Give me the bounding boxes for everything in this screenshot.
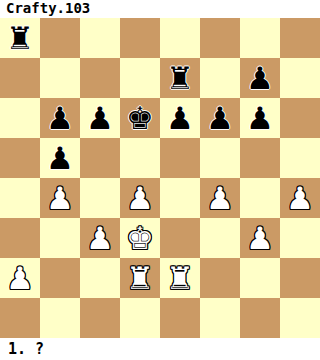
piece-black-pawn[interactable]: ♟: [246, 98, 274, 138]
square-b7[interactable]: [40, 58, 80, 98]
square-d2[interactable]: ♜: [120, 258, 160, 298]
square-b6[interactable]: ♟: [40, 98, 80, 138]
piece-white-pawn[interactable]: ♟: [246, 218, 274, 258]
square-c8[interactable]: [80, 18, 120, 58]
piece-black-rook[interactable]: ♜: [166, 58, 194, 98]
square-g3[interactable]: ♟: [240, 218, 280, 258]
square-e6[interactable]: ♟: [160, 98, 200, 138]
square-b3[interactable]: [40, 218, 80, 258]
square-h2[interactable]: [280, 258, 320, 298]
square-h6[interactable]: [280, 98, 320, 138]
square-h7[interactable]: [280, 58, 320, 98]
square-g1[interactable]: [240, 298, 280, 338]
square-b1[interactable]: [40, 298, 80, 338]
square-e4[interactable]: [160, 178, 200, 218]
piece-black-pawn[interactable]: ♟: [166, 98, 194, 138]
square-a6[interactable]: [0, 98, 40, 138]
square-g4[interactable]: [240, 178, 280, 218]
piece-black-pawn[interactable]: ♟: [206, 98, 234, 138]
square-a1[interactable]: [0, 298, 40, 338]
square-c7[interactable]: [80, 58, 120, 98]
square-e5[interactable]: [160, 138, 200, 178]
square-f1[interactable]: [200, 298, 240, 338]
square-f7[interactable]: [200, 58, 240, 98]
square-d6[interactable]: ♚: [120, 98, 160, 138]
square-c2[interactable]: [80, 258, 120, 298]
square-d8[interactable]: [120, 18, 160, 58]
piece-black-pawn[interactable]: ♟: [46, 138, 74, 178]
piece-white-rook[interactable]: ♜: [126, 258, 154, 298]
square-a3[interactable]: [0, 218, 40, 258]
square-f6[interactable]: ♟: [200, 98, 240, 138]
square-h3[interactable]: [280, 218, 320, 258]
square-h8[interactable]: [280, 18, 320, 58]
square-b4[interactable]: ♟: [40, 178, 80, 218]
square-f2[interactable]: [200, 258, 240, 298]
square-g6[interactable]: ♟: [240, 98, 280, 138]
square-b5[interactable]: ♟: [40, 138, 80, 178]
square-c6[interactable]: ♟: [80, 98, 120, 138]
square-a7[interactable]: [0, 58, 40, 98]
piece-black-rook[interactable]: ♜: [6, 18, 34, 58]
square-b8[interactable]: [40, 18, 80, 58]
square-g2[interactable]: [240, 258, 280, 298]
window-title: Crafty.103: [0, 0, 320, 18]
square-d7[interactable]: [120, 58, 160, 98]
square-d5[interactable]: [120, 138, 160, 178]
piece-white-pawn[interactable]: ♟: [206, 178, 234, 218]
square-f3[interactable]: [200, 218, 240, 258]
piece-black-pawn[interactable]: ♟: [86, 98, 114, 138]
chess-board: ♜♜♟♟♟♚♟♟♟♟♟♟♟♟♟♚♟♟♜♜: [0, 18, 320, 338]
square-c5[interactable]: [80, 138, 120, 178]
square-h5[interactable]: [280, 138, 320, 178]
square-h1[interactable]: [280, 298, 320, 338]
square-a2[interactable]: ♟: [0, 258, 40, 298]
square-e7[interactable]: ♜: [160, 58, 200, 98]
square-d1[interactable]: [120, 298, 160, 338]
square-a5[interactable]: [0, 138, 40, 178]
square-a4[interactable]: [0, 178, 40, 218]
piece-white-king[interactable]: ♚: [126, 218, 154, 258]
square-a8[interactable]: ♜: [0, 18, 40, 58]
piece-white-pawn[interactable]: ♟: [126, 178, 154, 218]
square-f5[interactable]: [200, 138, 240, 178]
move-prompt: 1. ?: [0, 338, 320, 360]
square-f4[interactable]: ♟: [200, 178, 240, 218]
piece-white-pawn[interactable]: ♟: [46, 178, 74, 218]
square-e3[interactable]: [160, 218, 200, 258]
square-c3[interactable]: ♟: [80, 218, 120, 258]
piece-black-pawn[interactable]: ♟: [46, 98, 74, 138]
square-b2[interactable]: [40, 258, 80, 298]
square-d3[interactable]: ♚: [120, 218, 160, 258]
square-e8[interactable]: [160, 18, 200, 58]
square-h4[interactable]: ♟: [280, 178, 320, 218]
square-e2[interactable]: ♜: [160, 258, 200, 298]
piece-white-rook[interactable]: ♜: [166, 258, 194, 298]
square-c4[interactable]: [80, 178, 120, 218]
square-d4[interactable]: ♟: [120, 178, 160, 218]
square-g8[interactable]: [240, 18, 280, 58]
piece-white-pawn[interactable]: ♟: [6, 258, 34, 298]
square-g5[interactable]: [240, 138, 280, 178]
square-g7[interactable]: ♟: [240, 58, 280, 98]
square-f8[interactable]: [200, 18, 240, 58]
piece-black-king[interactable]: ♚: [126, 98, 154, 138]
square-e1[interactable]: [160, 298, 200, 338]
piece-white-pawn[interactable]: ♟: [86, 218, 114, 258]
piece-white-pawn[interactable]: ♟: [286, 178, 314, 218]
square-c1[interactable]: [80, 298, 120, 338]
piece-black-pawn[interactable]: ♟: [246, 58, 274, 98]
